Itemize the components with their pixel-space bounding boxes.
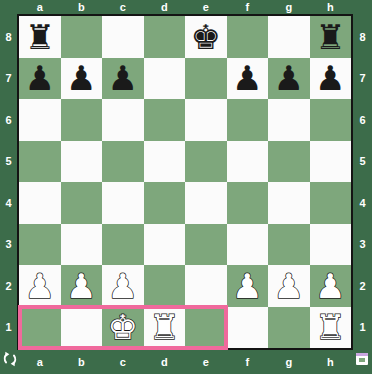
square-g4[interactable] [268,182,310,224]
black-pawn[interactable]: ♟ [61,58,103,100]
square-c4[interactable] [102,182,144,224]
rank-label-6: 6 [353,99,372,141]
file-label-e: e [185,350,227,374]
black-pawn[interactable]: ♟ [102,58,144,100]
square-a8[interactable]: ♜ [19,16,61,58]
square-a3[interactable] [19,224,61,266]
square-a2[interactable]: ♟ [19,265,61,307]
file-label-a: a [19,0,61,14]
file-labels-top: abcdefgh [19,0,351,14]
black-pawn[interactable]: ♟ [19,58,61,100]
square-d2[interactable] [144,265,186,307]
square-e2[interactable] [185,265,227,307]
white-pawn[interactable]: ♟ [19,265,61,307]
square-g5[interactable] [268,141,310,183]
square-a1[interactable] [19,307,61,349]
square-d4[interactable] [144,182,186,224]
rank-label-1: 1 [353,307,372,349]
square-e7[interactable] [185,58,227,100]
rank-label-5: 5 [353,141,372,183]
square-f3[interactable] [227,224,269,266]
rank-label-8: 8 [0,16,17,58]
rank-label-3: 3 [353,224,372,266]
white-pawn[interactable]: ♟ [61,265,103,307]
square-b1[interactable] [61,307,103,349]
black-rook[interactable]: ♜ [19,16,61,58]
white-pawn[interactable]: ♟ [227,265,269,307]
rank-label-2: 2 [0,265,17,307]
square-g1[interactable] [268,307,310,349]
file-label-g: g [268,0,310,14]
square-g8[interactable] [268,16,310,58]
file-label-d: d [144,350,186,374]
black-pawn[interactable]: ♟ [268,58,310,100]
file-label-d: d [144,0,186,14]
black-pawn[interactable]: ♟ [227,58,269,100]
square-d6[interactable] [144,99,186,141]
square-d1[interactable]: ♜ [144,307,186,349]
export-icon-picture [359,358,365,362]
square-d8[interactable] [144,16,186,58]
square-h2[interactable]: ♟ [310,265,352,307]
white-rook[interactable]: ♜ [144,307,186,349]
square-d3[interactable] [144,224,186,266]
square-h6[interactable] [310,99,352,141]
file-label-f: f [227,350,269,374]
square-h8[interactable]: ♜ [310,16,352,58]
rank-label-4: 4 [0,182,17,224]
file-label-a: a [19,350,61,374]
file-labels-bottom: abcdefgh [19,350,351,374]
file-label-g: g [268,350,310,374]
flip-board-icon[interactable] [2,351,18,367]
square-b4[interactable] [61,182,103,224]
rank-label-4: 4 [353,182,372,224]
square-b8[interactable] [61,16,103,58]
rank-label-6: 6 [0,99,17,141]
square-f5[interactable] [227,141,269,183]
square-h4[interactable] [310,182,352,224]
file-label-b: b [61,350,103,374]
file-label-h: h [310,350,352,374]
square-c2[interactable]: ♟ [102,265,144,307]
square-g3[interactable] [268,224,310,266]
white-rook[interactable]: ♜ [310,307,352,349]
square-a5[interactable] [19,141,61,183]
square-f7[interactable]: ♟ [227,58,269,100]
square-e8[interactable]: ♚ [185,16,227,58]
square-b2[interactable]: ♟ [61,265,103,307]
rank-label-7: 7 [353,58,372,100]
square-h1[interactable]: ♜ [310,307,352,349]
square-h7[interactable]: ♟ [310,58,352,100]
square-f1[interactable] [227,307,269,349]
chess-app: abcdefgh abcdefgh 87654321 87654321 ♜♚♜♟… [0,0,372,374]
square-f4[interactable] [227,182,269,224]
chess-board: ♜♚♜♟♟♟♟♟♟♟♟♟♟♟♟♚♜♜ [17,14,353,350]
square-h3[interactable] [310,224,352,266]
square-f2[interactable]: ♟ [227,265,269,307]
white-pawn[interactable]: ♟ [310,265,352,307]
square-c8[interactable] [102,16,144,58]
square-g7[interactable]: ♟ [268,58,310,100]
rank-labels-left: 87654321 [0,16,17,348]
square-c1[interactable]: ♚ [102,307,144,349]
white-king[interactable]: ♚ [102,307,144,349]
square-e5[interactable] [185,141,227,183]
square-g2[interactable]: ♟ [268,265,310,307]
square-a7[interactable]: ♟ [19,58,61,100]
rank-label-2: 2 [353,265,372,307]
white-pawn[interactable]: ♟ [102,265,144,307]
file-label-e: e [185,0,227,14]
square-d5[interactable] [144,141,186,183]
square-d7[interactable] [144,58,186,100]
black-rook[interactable]: ♜ [310,16,352,58]
file-label-c: c [102,0,144,14]
square-e1[interactable] [185,307,227,349]
square-b5[interactable] [61,141,103,183]
white-pawn[interactable]: ♟ [268,265,310,307]
square-c3[interactable] [102,224,144,266]
square-b6[interactable] [61,99,103,141]
rank-label-1: 1 [0,307,17,349]
square-c7[interactable]: ♟ [102,58,144,100]
export-icon-stripe [356,353,368,356]
file-label-c: c [102,350,144,374]
square-e3[interactable] [185,224,227,266]
rank-label-5: 5 [0,141,17,183]
rank-label-3: 3 [0,224,17,266]
square-b7[interactable]: ♟ [61,58,103,100]
rank-labels-right: 87654321 [353,16,372,348]
rank-label-8: 8 [353,16,372,58]
square-c6[interactable] [102,99,144,141]
square-b3[interactable] [61,224,103,266]
square-c5[interactable] [102,141,144,183]
square-e4[interactable] [185,182,227,224]
square-a4[interactable] [19,182,61,224]
square-g6[interactable] [268,99,310,141]
export-image-icon[interactable] [356,353,368,365]
file-label-f: f [227,0,269,14]
file-label-b: b [61,0,103,14]
square-a6[interactable] [19,99,61,141]
rank-label-7: 7 [0,58,17,100]
square-f6[interactable] [227,99,269,141]
black-king[interactable]: ♚ [185,16,227,58]
square-f8[interactable] [227,16,269,58]
black-pawn[interactable]: ♟ [310,58,352,100]
square-e6[interactable] [185,99,227,141]
file-label-h: h [310,0,352,14]
square-h5[interactable] [310,141,352,183]
